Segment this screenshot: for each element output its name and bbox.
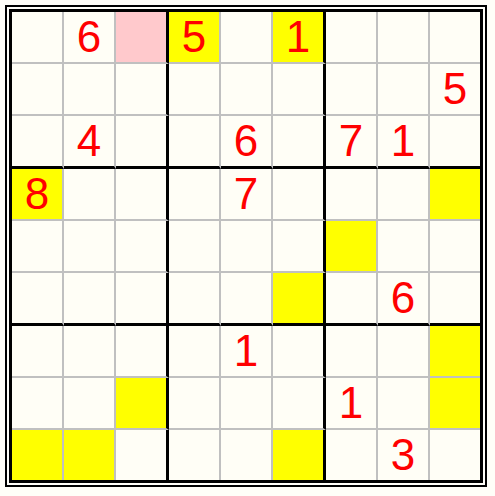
cell-r5c1[interactable]: [12, 221, 64, 273]
cell-r6c2[interactable]: [64, 273, 116, 326]
cell-r7c8[interactable]: [378, 326, 430, 378]
cell-r1c9[interactable]: [430, 12, 480, 64]
cell-r4c9[interactable]: [430, 169, 480, 221]
cell-r6c7[interactable]: [326, 273, 378, 326]
cell-r9c2[interactable]: [64, 430, 116, 480]
cell-r3c1[interactable]: [12, 116, 64, 169]
cell-r6c9[interactable]: [430, 273, 480, 326]
cell-r8c8[interactable]: [378, 378, 430, 430]
cell-r7c6[interactable]: [273, 326, 326, 378]
cell-r1c8[interactable]: [378, 12, 430, 64]
cell-r2c8[interactable]: [378, 64, 430, 116]
cell-r4c8[interactable]: [378, 169, 430, 221]
cell-r7c3[interactable]: [116, 326, 169, 378]
cell-r4c4[interactable]: [169, 169, 221, 221]
cell-r4c6[interactable]: [273, 169, 326, 221]
cell-r7c4[interactable]: [169, 326, 221, 378]
cell-r2c6[interactable]: [273, 64, 326, 116]
cell-r8c2[interactable]: [64, 378, 116, 430]
cell-r3c5[interactable]: 6: [221, 116, 273, 169]
sudoku-grid: 65154671876113: [12, 12, 480, 480]
cell-r1c6[interactable]: 1: [273, 12, 326, 64]
cell-r5c9[interactable]: [430, 221, 480, 273]
cell-r6c4[interactable]: [169, 273, 221, 326]
cell-r8c5[interactable]: [221, 378, 273, 430]
cell-r3c2[interactable]: 4: [64, 116, 116, 169]
cell-r6c1[interactable]: [12, 273, 64, 326]
cell-r1c1[interactable]: [12, 12, 64, 64]
cell-r1c4[interactable]: 5: [169, 12, 221, 64]
cell-r3c8[interactable]: 1: [378, 116, 430, 169]
cell-r8c6[interactable]: [273, 378, 326, 430]
cell-r5c8[interactable]: [378, 221, 430, 273]
cell-r4c7[interactable]: [326, 169, 378, 221]
cell-r2c7[interactable]: [326, 64, 378, 116]
cell-r7c2[interactable]: [64, 326, 116, 378]
cell-r7c5[interactable]: 1: [221, 326, 273, 378]
board-outer-frame: 65154671876113: [5, 5, 487, 487]
cell-r8c9[interactable]: [430, 378, 480, 430]
cell-r9c9[interactable]: [430, 430, 480, 480]
cell-r8c1[interactable]: [12, 378, 64, 430]
cell-r4c5[interactable]: 7: [221, 169, 273, 221]
cell-r9c5[interactable]: [221, 430, 273, 480]
cell-r7c7[interactable]: [326, 326, 378, 378]
cell-r9c3[interactable]: [116, 430, 169, 480]
cell-r1c7[interactable]: [326, 12, 378, 64]
cell-r2c5[interactable]: [221, 64, 273, 116]
cell-r3c6[interactable]: [273, 116, 326, 169]
cell-r8c4[interactable]: [169, 378, 221, 430]
cell-r7c9[interactable]: [430, 326, 480, 378]
cell-r6c8[interactable]: 6: [378, 273, 430, 326]
cell-r8c3[interactable]: [116, 378, 169, 430]
cell-r4c3[interactable]: [116, 169, 169, 221]
cell-r5c3[interactable]: [116, 221, 169, 273]
cell-r5c2[interactable]: [64, 221, 116, 273]
cell-r1c5[interactable]: [221, 12, 273, 64]
cell-r9c8[interactable]: 3: [378, 430, 430, 480]
sudoku-board: 65154671876113: [0, 0, 492, 492]
cell-r9c1[interactable]: [12, 430, 64, 480]
cell-r1c2[interactable]: 6: [64, 12, 116, 64]
cell-r6c3[interactable]: [116, 273, 169, 326]
cell-r7c1[interactable]: [12, 326, 64, 378]
cell-r2c9[interactable]: 5: [430, 64, 480, 116]
cell-r2c2[interactable]: [64, 64, 116, 116]
cell-r9c7[interactable]: [326, 430, 378, 480]
cell-r8c7[interactable]: 1: [326, 378, 378, 430]
cell-r3c3[interactable]: [116, 116, 169, 169]
board-inner-frame: 65154671876113: [9, 9, 483, 483]
cell-r9c6[interactable]: [273, 430, 326, 480]
cell-r5c6[interactable]: [273, 221, 326, 273]
cell-r3c4[interactable]: [169, 116, 221, 169]
cell-r3c7[interactable]: 7: [326, 116, 378, 169]
cell-r5c5[interactable]: [221, 221, 273, 273]
cell-r1c3[interactable]: [116, 12, 169, 64]
cell-r6c5[interactable]: [221, 273, 273, 326]
cell-r2c4[interactable]: [169, 64, 221, 116]
cell-r5c4[interactable]: [169, 221, 221, 273]
cell-r9c4[interactable]: [169, 430, 221, 480]
cell-r2c3[interactable]: [116, 64, 169, 116]
cell-r6c6[interactable]: [273, 273, 326, 326]
cell-r3c9[interactable]: [430, 116, 480, 169]
cell-r5c7[interactable]: [326, 221, 378, 273]
cell-r2c1[interactable]: [12, 64, 64, 116]
cell-r4c2[interactable]: [64, 169, 116, 221]
cell-r4c1[interactable]: 8: [12, 169, 64, 221]
